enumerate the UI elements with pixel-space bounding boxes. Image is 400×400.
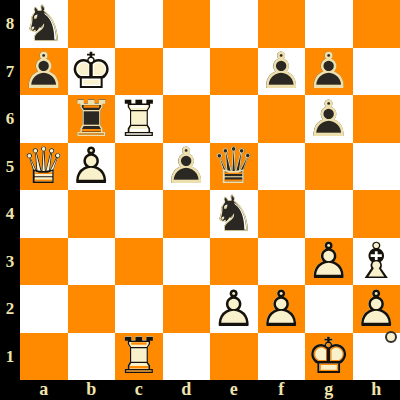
white-pawn-fill: ♟ <box>258 285 306 333</box>
rank-label-3: 3 <box>0 238 20 286</box>
white-pawn-fill: ♟ <box>353 285 400 333</box>
square-e5[interactable]: ♛♕ <box>210 143 258 191</box>
square-f7[interactable]: ♟♙ <box>258 48 306 96</box>
white-rook-c6: ♜♖ <box>115 95 163 143</box>
square-a3[interactable] <box>20 238 68 286</box>
square-b7[interactable]: ♚♔ <box>68 48 116 96</box>
square-c2[interactable] <box>115 285 163 333</box>
black-pawn-fill: ♟ <box>163 143 211 191</box>
white-rook-fill: ♜ <box>115 95 163 143</box>
white-king-b7: ♚♔ <box>68 48 116 96</box>
black-rook-outline: ♖ <box>68 95 116 143</box>
white-pawn-fill: ♟ <box>305 238 353 286</box>
square-e6[interactable] <box>210 95 258 143</box>
white-rook-fill: ♜ <box>115 333 163 381</box>
square-h3[interactable]: ♝♗ <box>353 238 400 286</box>
square-f1[interactable] <box>258 333 306 381</box>
white-pawn-outline: ♙ <box>353 285 400 333</box>
file-label-a: a <box>20 380 68 400</box>
square-g4[interactable] <box>305 190 353 238</box>
black-rook-b6: ♜♖ <box>68 95 116 143</box>
rank-label-4: 4 <box>0 190 20 238</box>
square-f8[interactable] <box>258 0 306 48</box>
black-queen-outline: ♕ <box>210 143 258 191</box>
black-pawn-fill: ♟ <box>20 48 68 96</box>
file-label-b: b <box>68 380 116 400</box>
square-f4[interactable] <box>258 190 306 238</box>
square-b3[interactable] <box>68 238 116 286</box>
square-h6[interactable] <box>353 95 400 143</box>
square-h2[interactable]: ♟♙ <box>353 285 400 333</box>
black-pawn-outline: ♙ <box>305 48 353 96</box>
corner-spacer <box>0 380 20 400</box>
white-pawn-b5: ♟♙ <box>68 143 116 191</box>
file-label-h: h <box>353 380 400 400</box>
white-queen-a5: ♛♕ <box>20 143 68 191</box>
black-knight-fill: ♞ <box>210 190 258 238</box>
file-label-g: g <box>305 380 353 400</box>
square-f6[interactable] <box>258 95 306 143</box>
black-queen-e5: ♛♕ <box>210 143 258 191</box>
white-pawn-outline: ♙ <box>210 285 258 333</box>
white-bishop-outline: ♗ <box>353 238 400 286</box>
rank-label-6: 6 <box>0 95 20 143</box>
black-pawn-g6: ♟♙ <box>305 95 353 143</box>
white-pawn-h2: ♟♙ <box>353 285 400 333</box>
black-knight-outline: ♘ <box>20 0 68 48</box>
square-c6[interactable]: ♜♖ <box>115 95 163 143</box>
black-knight-e4: ♞♘ <box>210 190 258 238</box>
white-to-move-marker-icon <box>385 331 397 343</box>
white-bishop-h3: ♝♗ <box>353 238 400 286</box>
white-king-fill: ♚ <box>68 48 116 96</box>
square-d7[interactable] <box>163 48 211 96</box>
rank-label-5: 5 <box>0 143 20 191</box>
black-pawn-f7: ♟♙ <box>258 48 306 96</box>
rank-label-7: 7 <box>0 48 20 96</box>
file-label-f: f <box>258 380 306 400</box>
square-f2[interactable]: ♟♙ <box>258 285 306 333</box>
square-d1[interactable] <box>163 333 211 381</box>
square-c1[interactable]: ♜♖ <box>115 333 163 381</box>
white-king-outline: ♔ <box>305 333 353 381</box>
square-b4[interactable] <box>68 190 116 238</box>
square-e4[interactable]: ♞♘ <box>210 190 258 238</box>
white-pawn-f2: ♟♙ <box>258 285 306 333</box>
square-e1[interactable] <box>210 333 258 381</box>
square-g7[interactable]: ♟♙ <box>305 48 353 96</box>
white-king-g1: ♚♔ <box>305 333 353 381</box>
square-f5[interactable] <box>258 143 306 191</box>
black-knight-a8: ♞♘ <box>20 0 68 48</box>
rank-label-2: 2 <box>0 285 20 333</box>
white-rook-outline: ♖ <box>115 95 163 143</box>
black-pawn-outline: ♙ <box>305 95 353 143</box>
square-h7[interactable] <box>353 48 400 96</box>
rank-label-8: 8 <box>0 0 20 48</box>
black-knight-outline: ♘ <box>210 190 258 238</box>
white-bishop-fill: ♝ <box>353 238 400 286</box>
white-king-outline: ♔ <box>68 48 116 96</box>
square-b8[interactable] <box>68 0 116 48</box>
square-c5[interactable] <box>115 143 163 191</box>
square-d3[interactable] <box>163 238 211 286</box>
square-a2[interactable] <box>20 285 68 333</box>
square-g3[interactable]: ♟♙ <box>305 238 353 286</box>
black-pawn-a7: ♟♙ <box>20 48 68 96</box>
file-label-e: e <box>210 380 258 400</box>
square-h1[interactable] <box>353 333 400 381</box>
white-pawn-fill: ♟ <box>210 285 258 333</box>
white-pawn-g3: ♟♙ <box>305 238 353 286</box>
square-b1[interactable] <box>68 333 116 381</box>
file-label-c: c <box>115 380 163 400</box>
white-pawn-fill: ♟ <box>68 143 116 191</box>
black-pawn-fill: ♟ <box>305 48 353 96</box>
square-a4[interactable] <box>20 190 68 238</box>
white-pawn-outline: ♙ <box>258 285 306 333</box>
square-e7[interactable] <box>210 48 258 96</box>
black-pawn-outline: ♙ <box>163 143 211 191</box>
square-d5[interactable]: ♟♙ <box>163 143 211 191</box>
square-d2[interactable] <box>163 285 211 333</box>
white-pawn-outline: ♙ <box>305 238 353 286</box>
white-rook-c1: ♜♖ <box>115 333 163 381</box>
square-g6[interactable]: ♟♙ <box>305 95 353 143</box>
black-rook-fill: ♜ <box>68 95 116 143</box>
white-pawn-outline: ♙ <box>68 143 116 191</box>
square-g5[interactable] <box>305 143 353 191</box>
square-b2[interactable] <box>68 285 116 333</box>
rank-label-1: 1 <box>0 333 20 381</box>
square-g8[interactable] <box>305 0 353 48</box>
square-c8[interactable] <box>115 0 163 48</box>
black-pawn-fill: ♟ <box>305 95 353 143</box>
square-e8[interactable] <box>210 0 258 48</box>
square-d8[interactable] <box>163 0 211 48</box>
white-queen-outline: ♕ <box>20 143 68 191</box>
square-g1[interactable]: ♚♔ <box>305 333 353 381</box>
square-f3[interactable] <box>258 238 306 286</box>
file-label-d: d <box>163 380 211 400</box>
square-a6[interactable] <box>20 95 68 143</box>
white-queen-fill: ♛ <box>20 143 68 191</box>
square-a7[interactable]: ♟♙ <box>20 48 68 96</box>
square-c4[interactable] <box>115 190 163 238</box>
square-g2[interactable] <box>305 285 353 333</box>
square-b6[interactable]: ♜♖ <box>68 95 116 143</box>
square-e2[interactable]: ♟♙ <box>210 285 258 333</box>
square-a1[interactable] <box>20 333 68 381</box>
black-knight-fill: ♞ <box>20 0 68 48</box>
chess-board: 8♞♘7♟♙♚♔♟♙♟♙6♜♖♜♖♟♙5♛♕♟♙♟♙♛♕4♞♘3♟♙♝♗2♟♙♟… <box>0 0 400 400</box>
square-c7[interactable] <box>115 48 163 96</box>
black-pawn-outline: ♙ <box>20 48 68 96</box>
square-b5[interactable]: ♟♙ <box>68 143 116 191</box>
square-h5[interactable] <box>353 143 400 191</box>
white-king-fill: ♚ <box>305 333 353 381</box>
white-rook-outline: ♖ <box>115 333 163 381</box>
square-d6[interactable] <box>163 95 211 143</box>
black-pawn-fill: ♟ <box>258 48 306 96</box>
square-e3[interactable] <box>210 238 258 286</box>
white-pawn-e2: ♟♙ <box>210 285 258 333</box>
black-pawn-d5: ♟♙ <box>163 143 211 191</box>
black-queen-fill: ♛ <box>210 143 258 191</box>
square-a8[interactable]: ♞♘ <box>20 0 68 48</box>
square-c3[interactable] <box>115 238 163 286</box>
square-h4[interactable] <box>353 190 400 238</box>
square-a5[interactable]: ♛♕ <box>20 143 68 191</box>
black-pawn-outline: ♙ <box>258 48 306 96</box>
black-pawn-g7: ♟♙ <box>305 48 353 96</box>
square-h8[interactable] <box>353 0 400 48</box>
square-d4[interactable] <box>163 190 211 238</box>
